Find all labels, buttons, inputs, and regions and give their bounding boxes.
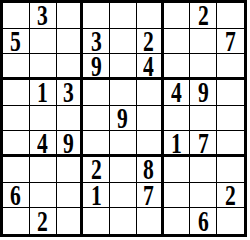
cell-digit: 5: [10, 29, 21, 55]
cell-digit: 6: [198, 208, 209, 234]
cell-r1c9[interactable]: [217, 3, 244, 29]
cell-digit: 7: [143, 183, 154, 209]
cell-r1c6[interactable]: [137, 3, 164, 29]
cell-r9c2[interactable]: 2: [30, 208, 57, 234]
cell-digit: 9: [198, 80, 209, 106]
cell-r2c6[interactable]: 2: [137, 29, 164, 55]
cell-r9c4[interactable]: [83, 208, 110, 234]
cell-r9c8[interactable]: 6: [190, 208, 217, 234]
cell-r8c8[interactable]: [190, 183, 217, 209]
cell-r9c6[interactable]: [137, 208, 164, 234]
cell-r3c1[interactable]: [3, 54, 30, 80]
cell-r8c7[interactable]: [164, 183, 191, 209]
cell-r2c2[interactable]: [30, 29, 57, 55]
cell-r5c9[interactable]: [217, 106, 244, 132]
cell-r9c9[interactable]: [217, 208, 244, 234]
cell-r2c3[interactable]: [57, 29, 84, 55]
cell-r5c5[interactable]: 9: [110, 106, 137, 132]
cell-r6c3[interactable]: 9: [57, 131, 84, 157]
cell-r3c3[interactable]: [57, 54, 84, 80]
cell-r5c7[interactable]: [164, 106, 191, 132]
cell-r6c2[interactable]: 4: [30, 131, 57, 157]
cell-digit: 1: [91, 183, 102, 209]
cell-r6c8[interactable]: 7: [190, 131, 217, 157]
cell-r3c4[interactable]: 9: [83, 54, 110, 80]
cell-r6c6[interactable]: [137, 131, 164, 157]
cell-r1c4[interactable]: [83, 3, 110, 29]
cell-r4c6[interactable]: [137, 80, 164, 106]
cell-digit: 3: [91, 29, 102, 55]
cell-r8c9[interactable]: 2: [217, 183, 244, 209]
cell-r4c3[interactable]: 3: [57, 80, 84, 106]
cell-r7c8[interactable]: [190, 157, 217, 183]
cell-r4c4[interactable]: [83, 80, 110, 106]
cell-digit: 2: [37, 208, 48, 234]
cell-r4c7[interactable]: 4: [164, 80, 191, 106]
cell-digit: 4: [171, 80, 182, 106]
cell-r2c5[interactable]: [110, 29, 137, 55]
cell-r4c1[interactable]: [3, 80, 30, 106]
cell-r3c7[interactable]: [164, 54, 191, 80]
cell-r5c6[interactable]: [137, 106, 164, 132]
cell-r4c5[interactable]: [110, 80, 137, 106]
cell-r7c1[interactable]: [3, 157, 30, 183]
cell-r5c3[interactable]: [57, 106, 84, 132]
cell-r5c8[interactable]: [190, 106, 217, 132]
cell-r4c2[interactable]: 1: [30, 80, 57, 106]
cell-r1c8[interactable]: 2: [190, 3, 217, 29]
cell-r1c2[interactable]: 3: [30, 3, 57, 29]
cell-r8c1[interactable]: 6: [3, 183, 30, 209]
cell-r3c8[interactable]: [190, 54, 217, 80]
cell-r7c9[interactable]: [217, 157, 244, 183]
cell-digit: 9: [63, 131, 74, 157]
cell-r6c9[interactable]: [217, 131, 244, 157]
cell-digit: 9: [118, 106, 129, 132]
cell-r7c7[interactable]: [164, 157, 191, 183]
cell-digit: 7: [225, 29, 236, 55]
cell-r3c5[interactable]: [110, 54, 137, 80]
cell-r9c5[interactable]: [110, 208, 137, 234]
cell-r2c7[interactable]: [164, 29, 191, 55]
cell-r1c3[interactable]: [57, 3, 84, 29]
cell-digit: 2: [143, 29, 154, 55]
cell-r2c8[interactable]: [190, 29, 217, 55]
cell-r1c1[interactable]: [3, 3, 30, 29]
cell-digit: 3: [63, 80, 74, 106]
cell-r7c4[interactable]: 2: [83, 157, 110, 183]
cell-r6c4[interactable]: [83, 131, 110, 157]
cell-r2c1[interactable]: 5: [3, 29, 30, 55]
cell-r7c6[interactable]: 8: [137, 157, 164, 183]
cell-r6c5[interactable]: [110, 131, 137, 157]
cell-r6c1[interactable]: [3, 131, 30, 157]
cell-r8c3[interactable]: [57, 183, 84, 209]
cell-r9c3[interactable]: [57, 208, 84, 234]
cell-digit: 3: [37, 3, 48, 29]
cell-r3c6[interactable]: 4: [137, 54, 164, 80]
cell-r1c5[interactable]: [110, 3, 137, 29]
cell-r8c2[interactable]: [30, 183, 57, 209]
cell-r7c5[interactable]: [110, 157, 137, 183]
cell-r8c6[interactable]: 7: [137, 183, 164, 209]
cell-digit: 8: [143, 157, 154, 183]
cell-digit: 6: [10, 183, 21, 209]
cell-r2c4[interactable]: 3: [83, 29, 110, 55]
cell-digit: 2: [198, 3, 209, 29]
cell-r4c8[interactable]: 9: [190, 80, 217, 106]
cell-r8c5[interactable]: [110, 183, 137, 209]
cell-r1c7[interactable]: [164, 3, 191, 29]
cell-r7c3[interactable]: [57, 157, 84, 183]
cell-r6c7[interactable]: 1: [164, 131, 191, 157]
cell-r8c4[interactable]: 1: [83, 183, 110, 209]
cell-digit: 4: [37, 131, 48, 157]
cell-r5c1[interactable]: [3, 106, 30, 132]
sudoku-board: 3253279413499491728617226: [0, 0, 247, 237]
cell-r3c9[interactable]: [217, 54, 244, 80]
cell-r7c2[interactable]: [30, 157, 57, 183]
cell-digit: 2: [225, 183, 236, 209]
cell-r9c7[interactable]: [164, 208, 191, 234]
cell-r9c1[interactable]: [3, 208, 30, 234]
cell-r3c2[interactable]: [30, 54, 57, 80]
cell-r5c2[interactable]: [30, 106, 57, 132]
cell-digit: 7: [198, 131, 209, 157]
cell-digit: 2: [91, 157, 102, 183]
cell-r2c9[interactable]: 7: [217, 29, 244, 55]
cell-digit: 4: [143, 54, 154, 80]
cell-digit: 1: [37, 80, 48, 106]
cell-digit: 9: [91, 54, 102, 80]
cell-r5c4[interactable]: [83, 106, 110, 132]
cell-r4c9[interactable]: [217, 80, 244, 106]
cell-digit: 1: [171, 131, 182, 157]
